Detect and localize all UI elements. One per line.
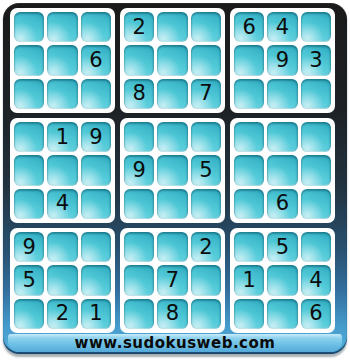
cell-r6c5[interactable] — [157, 189, 187, 219]
cell-r9c2: 2 — [47, 299, 77, 329]
cell-r6c7[interactable] — [234, 189, 264, 219]
cell-r3c5[interactable] — [157, 79, 187, 109]
cell-r8c3[interactable] — [81, 265, 111, 295]
cell-r6c9[interactable] — [301, 189, 331, 219]
cell-r2c7[interactable] — [234, 45, 264, 75]
cell-r5c1[interactable] — [14, 155, 44, 185]
box-3-3: 5146 — [230, 228, 335, 333]
cell-r6c8: 6 — [267, 189, 297, 219]
cell-r7c8: 5 — [267, 232, 297, 262]
cell-r4c1[interactable] — [14, 122, 44, 152]
cell-r1c1[interactable] — [14, 12, 44, 42]
cell-r3c3[interactable] — [81, 79, 111, 109]
cell-r3c6: 7 — [191, 79, 221, 109]
cell-r8c2[interactable] — [47, 265, 77, 295]
cell-r9c7[interactable] — [234, 299, 264, 329]
box-1-3: 6493 — [230, 8, 335, 113]
cell-r7c3[interactable] — [81, 232, 111, 262]
cell-r4c9[interactable] — [301, 122, 331, 152]
cell-r8c8[interactable] — [267, 265, 297, 295]
cell-r6c3[interactable] — [81, 189, 111, 219]
cell-r1c6[interactable] — [191, 12, 221, 42]
cell-r7c7[interactable] — [234, 232, 264, 262]
cell-r2c6[interactable] — [191, 45, 221, 75]
cell-r6c4[interactable] — [124, 189, 154, 219]
box-2-3: 6 — [230, 118, 335, 223]
cell-r2c1[interactable] — [14, 45, 44, 75]
cell-r9c3: 1 — [81, 299, 111, 329]
cell-r9c6[interactable] — [191, 299, 221, 329]
cell-r3c9[interactable] — [301, 79, 331, 109]
cell-r3c7[interactable] — [234, 79, 264, 109]
cell-r3c4: 8 — [124, 79, 154, 109]
cell-r9c4[interactable] — [124, 299, 154, 329]
cell-r1c7: 6 — [234, 12, 264, 42]
cell-r2c2[interactable] — [47, 45, 77, 75]
cell-r7c4[interactable] — [124, 232, 154, 262]
cell-r7c5[interactable] — [157, 232, 187, 262]
site-url[interactable]: www.sudokusweb.com — [75, 334, 276, 352]
cell-r9c8[interactable] — [267, 299, 297, 329]
cell-r4c6[interactable] — [191, 122, 221, 152]
sudoku-widget: 6287649319495695212785146 www.sudokusweb… — [0, 0, 350, 360]
cell-r1c4: 2 — [124, 12, 154, 42]
cell-r8c5: 7 — [157, 265, 187, 295]
cell-r4c5[interactable] — [157, 122, 187, 152]
cell-r8c1: 5 — [14, 265, 44, 295]
box-3-1: 9521 — [10, 228, 115, 333]
cell-r5c2[interactable] — [47, 155, 77, 185]
box-1-1: 6 — [10, 8, 115, 113]
cell-r5c6: 5 — [191, 155, 221, 185]
cell-r7c2[interactable] — [47, 232, 77, 262]
cell-r9c1[interactable] — [14, 299, 44, 329]
cell-r7c9[interactable] — [301, 232, 331, 262]
cell-r4c7[interactable] — [234, 122, 264, 152]
cell-r5c5[interactable] — [157, 155, 187, 185]
cell-r2c3: 6 — [81, 45, 111, 75]
cell-r2c9: 3 — [301, 45, 331, 75]
cell-r6c2: 4 — [47, 189, 77, 219]
cell-r5c3[interactable] — [81, 155, 111, 185]
cell-r2c4[interactable] — [124, 45, 154, 75]
cell-r7c6: 2 — [191, 232, 221, 262]
cell-r6c6[interactable] — [191, 189, 221, 219]
board: 6287649319495695212785146 — [10, 8, 335, 333]
footer-band: www.sudokusweb.com — [8, 334, 342, 352]
cell-r1c3[interactable] — [81, 12, 111, 42]
cell-r9c9: 6 — [301, 299, 331, 329]
cell-r8c7: 1 — [234, 265, 264, 295]
box-1-2: 287 — [120, 8, 225, 113]
cell-r8c4[interactable] — [124, 265, 154, 295]
cell-r5c9[interactable] — [301, 155, 331, 185]
cell-r8c9: 4 — [301, 265, 331, 295]
box-2-2: 95 — [120, 118, 225, 223]
box-2-1: 194 — [10, 118, 115, 223]
cell-r3c1[interactable] — [14, 79, 44, 109]
cell-r2c5[interactable] — [157, 45, 187, 75]
cell-r2c8: 9 — [267, 45, 297, 75]
cell-r4c3: 9 — [81, 122, 111, 152]
cell-r1c8: 4 — [267, 12, 297, 42]
cell-r4c4[interactable] — [124, 122, 154, 152]
cell-r5c8[interactable] — [267, 155, 297, 185]
cell-r7c1: 9 — [14, 232, 44, 262]
page: { "game": "sudoku", "position": "...2..6… — [0, 0, 350, 360]
cell-r1c5[interactable] — [157, 12, 187, 42]
cell-r9c5: 8 — [157, 299, 187, 329]
box-3-2: 278 — [120, 228, 225, 333]
cell-r6c1[interactable] — [14, 189, 44, 219]
cell-r1c2[interactable] — [47, 12, 77, 42]
cell-r1c9[interactable] — [301, 12, 331, 42]
cell-r8c6[interactable] — [191, 265, 221, 295]
cell-r3c2[interactable] — [47, 79, 77, 109]
cell-r5c4: 9 — [124, 155, 154, 185]
cell-r4c2: 1 — [47, 122, 77, 152]
cell-r3c8[interactable] — [267, 79, 297, 109]
cell-r5c7[interactable] — [234, 155, 264, 185]
cell-r4c8[interactable] — [267, 122, 297, 152]
